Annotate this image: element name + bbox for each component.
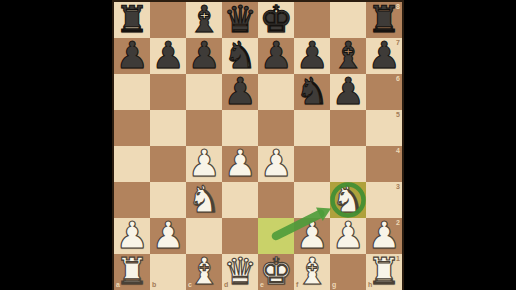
square-a6[interactable] [114, 74, 150, 110]
rank-label-6: 6 [396, 75, 400, 83]
file-label-h: h [368, 281, 372, 289]
piece-black-bishop-c8[interactable]: ♝ [186, 2, 222, 38]
square-b4[interactable] [150, 146, 186, 182]
rank-label-2: 2 [396, 219, 400, 227]
piece-white-knight-c3[interactable]: ♞ [186, 182, 222, 218]
letterbox-right [404, 0, 516, 290]
square-c7[interactable]: ♟ [186, 38, 222, 74]
square-d6[interactable]: ♟ [222, 74, 258, 110]
square-a3[interactable] [114, 182, 150, 218]
rank-label-7: 7 [396, 39, 400, 47]
square-b7[interactable]: ♟ [150, 38, 186, 74]
square-b5[interactable] [150, 110, 186, 146]
square-c3[interactable]: ♞ [186, 182, 222, 218]
letterbox-left [0, 0, 112, 290]
square-b2[interactable]: ♟ [150, 218, 186, 254]
square-a2[interactable]: ♟ [114, 218, 150, 254]
piece-white-pawn-g2[interactable]: ♟ [330, 218, 366, 254]
square-e4[interactable]: ♟ [258, 146, 294, 182]
piece-black-pawn-c7[interactable]: ♟ [186, 38, 222, 74]
board-grid: ♜♝♛♚♜8♟♟♟♞♟♟♝♟7♟♞♟65♟♟♟4♞♞3♟♟♟♟♟2♜ab♝c♛d… [114, 2, 402, 290]
square-h6[interactable]: 6 [366, 74, 402, 110]
piece-black-pawn-d6[interactable]: ♟ [222, 74, 258, 110]
square-d8[interactable]: ♛ [222, 2, 258, 38]
piece-white-pawn-d4[interactable]: ♟ [222, 146, 258, 182]
piece-white-pawn-a2[interactable]: ♟ [114, 218, 150, 254]
square-e2[interactable] [258, 218, 294, 254]
square-d4[interactable]: ♟ [222, 146, 258, 182]
square-a5[interactable] [114, 110, 150, 146]
square-h5[interactable]: 5 [366, 110, 402, 146]
piece-white-knight-g3[interactable]: ♞ [330, 182, 366, 218]
square-h7[interactable]: ♟7 [366, 38, 402, 74]
square-g1[interactable]: g [330, 254, 366, 290]
square-a8[interactable]: ♜ [114, 2, 150, 38]
rank-label-1: 1 [396, 255, 400, 263]
square-g4[interactable] [330, 146, 366, 182]
square-b6[interactable] [150, 74, 186, 110]
file-label-c: c [188, 281, 192, 289]
piece-black-pawn-g6[interactable]: ♟ [330, 74, 366, 110]
file-label-a: a [116, 281, 120, 289]
rank-label-8: 8 [396, 3, 400, 11]
square-e6[interactable] [258, 74, 294, 110]
square-c8[interactable]: ♝ [186, 2, 222, 38]
piece-black-pawn-b7[interactable]: ♟ [150, 38, 186, 74]
square-f1[interactable]: ♝f [294, 254, 330, 290]
piece-black-knight-f6[interactable]: ♞ [294, 74, 330, 110]
piece-black-knight-d7[interactable]: ♞ [222, 38, 258, 74]
square-c4[interactable]: ♟ [186, 146, 222, 182]
square-h2[interactable]: ♟2 [366, 218, 402, 254]
rank-label-5: 5 [396, 111, 400, 119]
file-label-b: b [152, 281, 156, 289]
square-f4[interactable] [294, 146, 330, 182]
square-a4[interactable] [114, 146, 150, 182]
square-d3[interactable] [222, 182, 258, 218]
square-e5[interactable] [258, 110, 294, 146]
square-h3[interactable]: 3 [366, 182, 402, 218]
square-c1[interactable]: ♝c [186, 254, 222, 290]
piece-black-pawn-a7[interactable]: ♟ [114, 38, 150, 74]
file-label-d: d [224, 281, 228, 289]
piece-white-bishop-f1[interactable]: ♝ [294, 254, 330, 290]
square-f8[interactable] [294, 2, 330, 38]
square-c6[interactable] [186, 74, 222, 110]
square-a7[interactable]: ♟ [114, 38, 150, 74]
square-e3[interactable] [258, 182, 294, 218]
chess-board: ♜♝♛♚♜8♟♟♟♞♟♟♝♟7♟♞♟65♟♟♟4♞♞3♟♟♟♟♟2♜ab♝c♛d… [112, 0, 404, 290]
rank-label-4: 4 [396, 147, 400, 155]
piece-white-pawn-b2[interactable]: ♟ [150, 218, 186, 254]
square-d2[interactable] [222, 218, 258, 254]
square-b3[interactable] [150, 182, 186, 218]
square-f5[interactable] [294, 110, 330, 146]
square-f2[interactable]: ♟ [294, 218, 330, 254]
piece-black-king-e8[interactable]: ♚ [258, 2, 294, 38]
square-b1[interactable]: b [150, 254, 186, 290]
square-f3[interactable] [294, 182, 330, 218]
square-a1[interactable]: ♜a [114, 254, 150, 290]
piece-black-rook-a8[interactable]: ♜ [114, 2, 150, 38]
square-d5[interactable] [222, 110, 258, 146]
piece-white-pawn-e4[interactable]: ♟ [258, 146, 294, 182]
file-label-g: g [332, 281, 336, 289]
square-h4[interactable]: 4 [366, 146, 402, 182]
piece-black-queen-d8[interactable]: ♛ [222, 2, 258, 38]
square-f7[interactable]: ♟ [294, 38, 330, 74]
file-label-e: e [260, 281, 264, 289]
square-c2[interactable] [186, 218, 222, 254]
file-label-f: f [296, 281, 298, 289]
square-g3[interactable]: ♞ [330, 182, 366, 218]
square-g5[interactable] [330, 110, 366, 146]
piece-white-pawn-c4[interactable]: ♟ [186, 146, 222, 182]
piece-black-pawn-f7[interactable]: ♟ [294, 38, 330, 74]
square-h8[interactable]: ♜8 [366, 2, 402, 38]
square-e8[interactable]: ♚ [258, 2, 294, 38]
square-d7[interactable]: ♞ [222, 38, 258, 74]
square-e1[interactable]: ♚e [258, 254, 294, 290]
square-g2[interactable]: ♟ [330, 218, 366, 254]
square-g6[interactable]: ♟ [330, 74, 366, 110]
rank-label-3: 3 [396, 183, 400, 191]
square-f6[interactable]: ♞ [294, 74, 330, 110]
square-h1[interactable]: ♜1h [366, 254, 402, 290]
square-c5[interactable] [186, 110, 222, 146]
square-g8[interactable] [330, 2, 366, 38]
piece-black-pawn-e7[interactable]: ♟ [258, 38, 294, 74]
square-b8[interactable] [150, 2, 186, 38]
square-e7[interactable]: ♟ [258, 38, 294, 74]
square-g7[interactable]: ♝ [330, 38, 366, 74]
piece-white-pawn-f2[interactable]: ♟ [294, 218, 330, 254]
square-d1[interactable]: ♛d [222, 254, 258, 290]
piece-black-bishop-g7[interactable]: ♝ [330, 38, 366, 74]
